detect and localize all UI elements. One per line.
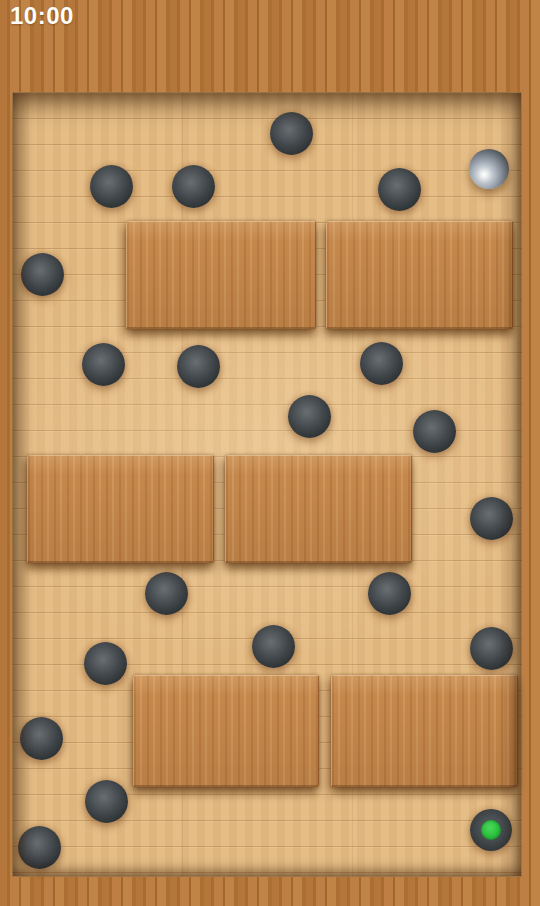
- hole: [84, 642, 127, 685]
- wall-block: [27, 455, 214, 563]
- wall-block: [331, 675, 518, 787]
- hole: [20, 717, 63, 760]
- game-screen: 10:00: [0, 0, 540, 906]
- hole: [368, 572, 411, 615]
- wall-block: [326, 221, 513, 329]
- hole: [288, 395, 331, 438]
- goal-hole: [470, 809, 512, 851]
- hole: [252, 625, 295, 668]
- hole: [470, 627, 513, 670]
- timer: 10:00: [10, 2, 74, 30]
- goal-green-dot: [481, 820, 501, 840]
- hole: [413, 410, 456, 453]
- wall-block: [225, 455, 412, 563]
- hole: [270, 112, 313, 155]
- hole: [21, 253, 64, 296]
- hole: [172, 165, 215, 208]
- board: [12, 92, 522, 877]
- hole: [360, 342, 403, 385]
- hole: [470, 497, 513, 540]
- hole: [82, 343, 125, 386]
- steel-ball[interactable]: [469, 149, 509, 189]
- hole: [378, 168, 421, 211]
- hole: [177, 345, 220, 388]
- board-objects: [13, 93, 521, 876]
- hole: [85, 780, 128, 823]
- hole: [90, 165, 133, 208]
- wall-block: [133, 675, 319, 787]
- wall-block: [126, 221, 316, 329]
- hole: [18, 826, 61, 869]
- hole: [145, 572, 188, 615]
